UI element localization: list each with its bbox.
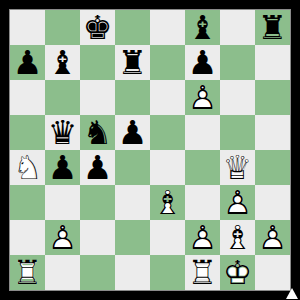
- square-e5[interactable]: [150, 115, 185, 150]
- square-b3[interactable]: [45, 185, 80, 220]
- square-a4[interactable]: ♞♘: [10, 150, 45, 185]
- square-a2[interactable]: [10, 220, 45, 255]
- square-f3[interactable]: [185, 185, 220, 220]
- square-a8[interactable]: [10, 10, 45, 45]
- square-d8[interactable]: [115, 10, 150, 45]
- square-a5[interactable]: [10, 115, 45, 150]
- square-d4[interactable]: [115, 150, 150, 185]
- white-knight[interactable]: ♞♘: [10, 150, 45, 185]
- white-pawn[interactable]: ♟♙: [185, 220, 220, 255]
- black-pawn[interactable]: ♟: [185, 45, 220, 80]
- square-b6[interactable]: [45, 80, 80, 115]
- square-f2[interactable]: ♟♙: [185, 220, 220, 255]
- square-c1[interactable]: [80, 255, 115, 290]
- square-d7[interactable]: ♜: [115, 45, 150, 80]
- square-b8[interactable]: [45, 10, 80, 45]
- white-bishop[interactable]: ♝♗: [220, 220, 255, 255]
- black-bishop[interactable]: ♝: [45, 45, 80, 80]
- square-g6[interactable]: [220, 80, 255, 115]
- black-pawn[interactable]: ♟: [45, 150, 80, 185]
- white-king[interactable]: ♚♔: [220, 255, 255, 290]
- square-g3[interactable]: ♟♙: [220, 185, 255, 220]
- square-h2[interactable]: ♟♙: [255, 220, 290, 255]
- square-a7[interactable]: ♟: [10, 45, 45, 80]
- square-e2[interactable]: [150, 220, 185, 255]
- black-knight[interactable]: ♞: [80, 115, 115, 150]
- square-b7[interactable]: ♝: [45, 45, 80, 80]
- square-b4[interactable]: ♟: [45, 150, 80, 185]
- square-e1[interactable]: [150, 255, 185, 290]
- square-h4[interactable]: [255, 150, 290, 185]
- square-h3[interactable]: [255, 185, 290, 220]
- square-e3[interactable]: ♝♗: [150, 185, 185, 220]
- square-c3[interactable]: [80, 185, 115, 220]
- square-c7[interactable]: [80, 45, 115, 80]
- white-pawn[interactable]: ♟♙: [185, 80, 220, 115]
- black-bishop[interactable]: ♝: [185, 10, 220, 45]
- black-queen[interactable]: ♛: [45, 115, 80, 150]
- white-queen[interactable]: ♛♕: [220, 150, 255, 185]
- square-h7[interactable]: [255, 45, 290, 80]
- white-rook[interactable]: ♜♖: [10, 255, 45, 290]
- square-h5[interactable]: [255, 115, 290, 150]
- square-a3[interactable]: [10, 185, 45, 220]
- square-b2[interactable]: ♟♙: [45, 220, 80, 255]
- square-h1[interactable]: [255, 255, 290, 290]
- chess-board[interactable]: ♚♝♜♟♝♜♟♟♙♛♞♟♞♘♟♟♛♕♝♗♟♙♟♙♟♙♝♗♟♙♜♖♜♖♚♔: [10, 10, 290, 290]
- white-to-move-triangle-icon: [286, 288, 298, 299]
- square-f8[interactable]: ♝: [185, 10, 220, 45]
- square-e7[interactable]: [150, 45, 185, 80]
- white-bishop[interactable]: ♝♗: [150, 185, 185, 220]
- black-pawn[interactable]: ♟: [10, 45, 45, 80]
- square-e4[interactable]: [150, 150, 185, 185]
- black-king[interactable]: ♚: [80, 10, 115, 45]
- square-g4[interactable]: ♛♕: [220, 150, 255, 185]
- square-c6[interactable]: [80, 80, 115, 115]
- square-c4[interactable]: ♟: [80, 150, 115, 185]
- square-g7[interactable]: [220, 45, 255, 80]
- square-g1[interactable]: ♚♔: [220, 255, 255, 290]
- square-a1[interactable]: ♜♖: [10, 255, 45, 290]
- square-h6[interactable]: [255, 80, 290, 115]
- white-rook[interactable]: ♜♖: [185, 255, 220, 290]
- square-c8[interactable]: ♚: [80, 10, 115, 45]
- square-d2[interactable]: [115, 220, 150, 255]
- chess-diagram: ♚♝♜♟♝♜♟♟♙♛♞♟♞♘♟♟♛♕♝♗♟♙♟♙♟♙♝♗♟♙♜♖♜♖♚♔: [0, 0, 300, 300]
- square-d6[interactable]: [115, 80, 150, 115]
- square-d5[interactable]: ♟: [115, 115, 150, 150]
- white-pawn[interactable]: ♟♙: [255, 220, 290, 255]
- square-f5[interactable]: [185, 115, 220, 150]
- square-f1[interactable]: ♜♖: [185, 255, 220, 290]
- white-pawn[interactable]: ♟♙: [220, 185, 255, 220]
- square-g2[interactable]: ♝♗: [220, 220, 255, 255]
- black-rook[interactable]: ♜: [255, 10, 290, 45]
- square-a6[interactable]: [10, 80, 45, 115]
- square-f7[interactable]: ♟: [185, 45, 220, 80]
- black-rook[interactable]: ♜: [115, 45, 150, 80]
- square-g5[interactable]: [220, 115, 255, 150]
- square-d3[interactable]: [115, 185, 150, 220]
- square-g8[interactable]: [220, 10, 255, 45]
- square-f6[interactable]: ♟♙: [185, 80, 220, 115]
- square-c5[interactable]: ♞: [80, 115, 115, 150]
- square-e8[interactable]: [150, 10, 185, 45]
- white-pawn[interactable]: ♟♙: [45, 220, 80, 255]
- square-b1[interactable]: [45, 255, 80, 290]
- square-h8[interactable]: ♜: [255, 10, 290, 45]
- square-e6[interactable]: [150, 80, 185, 115]
- square-c2[interactable]: [80, 220, 115, 255]
- square-b5[interactable]: ♛: [45, 115, 80, 150]
- square-d1[interactable]: [115, 255, 150, 290]
- black-pawn[interactable]: ♟: [80, 150, 115, 185]
- square-f4[interactable]: [185, 150, 220, 185]
- black-pawn[interactable]: ♟: [115, 115, 150, 150]
